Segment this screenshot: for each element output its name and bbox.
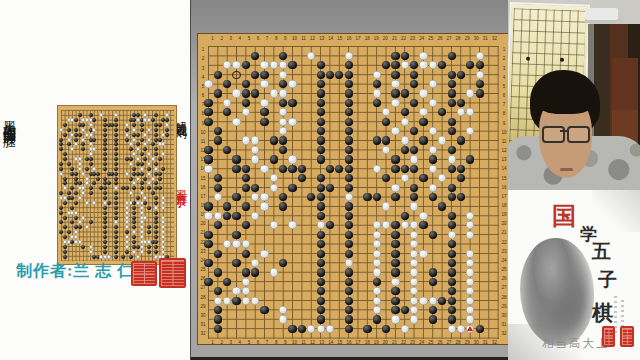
white-stone — [92, 167, 96, 171]
black-stone — [147, 230, 151, 234]
black-stone — [448, 306, 456, 314]
black-stone — [448, 212, 456, 220]
white-stone — [457, 325, 465, 333]
white-stone — [129, 162, 133, 166]
white-stone — [81, 172, 85, 176]
white-stone — [125, 206, 129, 210]
white-stone — [429, 297, 437, 305]
white-stone — [63, 186, 67, 190]
white-stone — [270, 89, 278, 97]
white-stone — [382, 221, 390, 229]
black-stone — [63, 152, 67, 156]
black-stone — [59, 230, 63, 234]
white-stone — [279, 306, 287, 314]
black-stone — [466, 61, 474, 69]
white-stone — [92, 128, 96, 132]
white-stone — [466, 127, 474, 135]
black-stone — [107, 201, 111, 205]
black-stone — [279, 165, 287, 173]
white-stone — [373, 231, 381, 239]
white-stone — [466, 268, 474, 276]
coordinate-label: 29 — [501, 302, 507, 311]
black-stone — [154, 240, 158, 244]
black-stone — [363, 325, 371, 333]
video-frame: 黑先如何连续冲四取胜 解题规则 黑方有禁手 制作者:兰 志 仁 12345678… — [0, 0, 640, 360]
coordinate-label: 25 — [200, 266, 206, 275]
white-stone — [260, 61, 268, 69]
white-stone — [125, 172, 129, 176]
white-stone — [466, 287, 474, 295]
white-stone — [136, 147, 140, 151]
black-stone — [429, 231, 437, 239]
black-stone — [317, 80, 325, 88]
white-stone — [161, 206, 165, 210]
black-stone — [373, 99, 381, 107]
white-stone — [85, 225, 89, 229]
black-stone — [317, 259, 325, 267]
black-stone — [288, 325, 296, 333]
white-stone — [401, 118, 409, 126]
black-stone — [59, 167, 63, 171]
white-stone — [161, 240, 165, 244]
white-stone — [223, 99, 231, 107]
black-stone — [92, 118, 96, 122]
black-stone — [391, 221, 399, 229]
circle-marker — [232, 71, 240, 79]
white-stone — [242, 287, 250, 295]
white-stone — [140, 230, 144, 234]
black-stone — [391, 193, 399, 201]
coordinate-label: 4 — [501, 73, 507, 82]
black-stone — [429, 268, 437, 276]
white-stone — [78, 240, 82, 244]
black-stone — [345, 108, 353, 116]
coordinate-label: 27 — [444, 37, 453, 43]
black-stone — [345, 202, 353, 210]
black-stone — [114, 167, 118, 171]
puzzle-card: 黑先如何连续冲四取胜 解题规则 黑方有禁手 制作者:兰 志 仁 — [0, 0, 190, 360]
coordinate-label: 16 — [200, 183, 206, 192]
black-stone — [345, 155, 353, 163]
white-stone — [307, 325, 315, 333]
black-stone — [59, 191, 63, 195]
black-stone — [448, 278, 456, 286]
black-stone — [78, 181, 82, 185]
black-stone — [125, 138, 129, 142]
coordinate-label: 2 — [200, 55, 206, 64]
white-stone — [136, 255, 140, 259]
white-stone — [476, 71, 484, 79]
black-stone — [448, 315, 456, 323]
white-stone — [85, 201, 89, 205]
black-stone — [448, 297, 456, 305]
black-stone — [143, 157, 147, 161]
white-stone — [401, 174, 409, 182]
black-stone — [242, 202, 250, 210]
black-stone — [448, 184, 456, 192]
white-stone — [251, 193, 259, 201]
black-stone — [214, 127, 222, 135]
white-stone — [204, 80, 212, 88]
white-stone — [204, 165, 212, 173]
black-stone — [154, 225, 158, 229]
black-stone — [114, 240, 118, 244]
black-stone — [103, 177, 107, 181]
black-stone — [59, 211, 63, 215]
white-stone — [125, 216, 129, 220]
black-stone — [204, 99, 212, 107]
white-stone — [410, 202, 418, 210]
black-stone — [204, 231, 212, 239]
black-stone — [448, 240, 456, 248]
black-stone — [74, 201, 78, 205]
red-seal-stamp — [620, 326, 634, 347]
coordinate-label: 2 — [501, 55, 507, 64]
black-stone — [132, 220, 136, 224]
coordinate-label: 32 — [490, 341, 499, 347]
black-stone — [242, 89, 250, 97]
white-stone — [391, 184, 399, 192]
black-stone — [326, 165, 334, 173]
white-stone — [143, 133, 147, 137]
black-stone — [391, 240, 399, 248]
black-stone — [270, 155, 278, 163]
black-stone — [103, 220, 107, 224]
calligraphy-char: 棋 — [592, 299, 613, 327]
black-stone — [114, 118, 118, 122]
black-stone — [214, 287, 222, 295]
white-stone — [132, 181, 136, 185]
black-stone — [317, 136, 325, 144]
black-stone — [96, 172, 100, 176]
black-stone — [158, 177, 162, 181]
black-stone — [363, 193, 371, 201]
black-stone — [143, 147, 147, 151]
coordinate-label: 31 — [481, 37, 490, 43]
white-stone — [410, 306, 418, 314]
white-stone — [242, 297, 250, 305]
black-stone — [136, 133, 140, 137]
white-stone — [242, 278, 250, 286]
black-stone — [317, 287, 325, 295]
black-stone — [129, 147, 133, 151]
ink-dragon-art — [520, 238, 594, 346]
white-stone — [279, 315, 287, 323]
white-stone — [161, 235, 165, 239]
white-stone — [161, 225, 165, 229]
white-stone — [147, 128, 151, 132]
black-stone — [114, 201, 118, 205]
black-stone — [204, 240, 212, 248]
white-stone — [288, 155, 296, 163]
white-stone — [373, 165, 381, 173]
black-stone — [279, 99, 287, 107]
black-stone — [448, 71, 456, 79]
coordinate-label: 21 — [390, 341, 399, 347]
black-stone — [279, 136, 287, 144]
black-stone — [223, 146, 231, 154]
black-stone — [140, 181, 144, 185]
white-stone — [279, 89, 287, 97]
black-stone — [154, 128, 158, 132]
black-stone — [410, 193, 418, 201]
black-stone — [154, 216, 158, 220]
black-stone — [89, 157, 93, 161]
black-stone — [391, 71, 399, 79]
black-stone — [317, 61, 325, 69]
coordinate-label: 1 — [208, 37, 217, 43]
white-stone — [232, 118, 240, 126]
black-stone — [317, 268, 325, 276]
black-stone — [114, 181, 118, 185]
coordinates-top: 1234567891011121314151617181920212223242… — [208, 37, 499, 43]
black-stone — [214, 221, 222, 229]
black-stone — [345, 118, 353, 126]
black-stone — [89, 186, 93, 190]
black-stone — [147, 225, 151, 229]
black-stone — [288, 61, 296, 69]
coordinate-label: 4 — [235, 37, 244, 43]
black-stone — [121, 255, 125, 259]
black-stone — [317, 174, 325, 182]
white-stone — [410, 278, 418, 286]
black-stone — [345, 212, 353, 220]
black-stone — [410, 127, 418, 135]
black-stone — [114, 225, 118, 229]
black-stone — [326, 71, 334, 79]
white-stone — [136, 177, 140, 181]
coordinate-label: 5 — [501, 83, 507, 92]
black-stone — [317, 89, 325, 97]
black-stone — [242, 99, 250, 107]
black-stone — [214, 89, 222, 97]
white-stone — [270, 174, 278, 182]
black-stone — [345, 325, 353, 333]
coordinate-label: 15 — [335, 341, 344, 347]
black-stone — [107, 181, 111, 185]
black-stone — [251, 89, 259, 97]
black-stone — [151, 118, 155, 122]
black-stone — [317, 212, 325, 220]
coordinate-label: 18 — [363, 341, 372, 347]
black-stone — [232, 193, 240, 201]
coordinate-label: 10 — [290, 37, 299, 43]
white-stone — [125, 220, 129, 224]
black-stone — [204, 118, 212, 126]
white-stone — [429, 127, 437, 135]
white-stone — [382, 108, 390, 116]
black-stone — [288, 165, 296, 173]
black-stone — [154, 230, 158, 234]
black-stone — [419, 221, 427, 229]
coordinate-label: 31 — [200, 321, 206, 330]
coordinate-label: 14 — [326, 37, 335, 43]
black-stone — [59, 142, 63, 146]
white-stone — [70, 147, 74, 151]
white-stone — [466, 259, 474, 267]
black-stone — [103, 250, 107, 254]
black-stone — [457, 99, 465, 107]
coordinate-label: 30 — [472, 341, 481, 347]
black-stone — [317, 108, 325, 116]
coordinate-label: 27 — [501, 284, 507, 293]
black-stone — [345, 297, 353, 305]
white-stone — [251, 212, 259, 220]
white-stone — [260, 250, 268, 258]
white-stone — [466, 315, 474, 323]
black-stone — [204, 108, 212, 116]
calligraphy-card: 国 学 五 子 棋 相当高大上 — [508, 190, 640, 360]
white-stone — [251, 146, 259, 154]
black-stone — [345, 278, 353, 286]
black-stone — [125, 250, 129, 254]
black-stone — [103, 152, 107, 156]
white-stone — [242, 136, 250, 144]
white-stone — [129, 191, 133, 195]
coordinate-label: 25 — [501, 266, 507, 275]
coordinate-label: 22 — [399, 37, 408, 43]
black-stone — [129, 157, 133, 161]
white-stone — [125, 235, 129, 239]
black-stone — [279, 80, 287, 88]
white-stone — [107, 255, 111, 259]
white-stone — [125, 245, 129, 249]
white-stone — [129, 142, 133, 146]
white-stone — [223, 297, 231, 305]
white-stone — [476, 52, 484, 60]
black-stone — [63, 245, 67, 249]
white-stone — [89, 250, 93, 254]
black-stone — [214, 306, 222, 314]
black-stone — [382, 136, 390, 144]
black-stone — [345, 146, 353, 154]
main-board-grid — [208, 46, 499, 339]
black-stone — [63, 216, 67, 220]
white-stone — [125, 225, 129, 229]
black-stone — [74, 128, 78, 132]
black-stone — [317, 184, 325, 192]
coordinate-label: 15 — [200, 174, 206, 183]
black-stone — [448, 287, 456, 295]
person-hair-fringe — [536, 88, 594, 114]
black-stone — [373, 315, 381, 323]
white-stone — [132, 128, 136, 132]
white-stone — [143, 196, 147, 200]
black-stone — [438, 297, 446, 305]
black-stone — [242, 61, 250, 69]
black-stone — [232, 259, 240, 267]
black-stone — [103, 133, 107, 137]
black-stone — [476, 325, 484, 333]
white-stone — [260, 202, 268, 210]
black-stone — [345, 221, 353, 229]
white-stone — [78, 167, 82, 171]
black-stone — [214, 174, 222, 182]
white-stone — [373, 259, 381, 267]
black-stone — [335, 165, 343, 173]
black-stone — [270, 136, 278, 144]
black-stone — [114, 235, 118, 239]
black-stone — [448, 221, 456, 229]
black-stone — [401, 52, 409, 60]
coordinate-label: 26 — [501, 275, 507, 284]
black-stone — [85, 167, 89, 171]
coordinate-label: 17 — [501, 193, 507, 202]
white-stone — [373, 71, 381, 79]
black-stone — [457, 174, 465, 182]
coordinate-label: 10 — [200, 128, 206, 137]
black-stone — [132, 167, 136, 171]
black-stone — [114, 162, 118, 166]
black-stone — [114, 206, 118, 210]
coordinate-label: 28 — [501, 293, 507, 302]
white-stone — [140, 245, 144, 249]
black-stone — [63, 133, 67, 137]
black-stone — [125, 128, 129, 132]
black-stone — [129, 255, 133, 259]
black-stone — [143, 201, 147, 205]
white-stone — [279, 127, 287, 135]
white-stone — [251, 136, 259, 144]
black-stone — [59, 147, 63, 151]
white-stone — [251, 297, 259, 305]
coordinate-label: 19 — [372, 37, 381, 43]
coordinate-label: 8 — [272, 341, 281, 347]
white-stone — [410, 268, 418, 276]
black-stone — [419, 174, 427, 182]
coordinate-label: 16 — [344, 37, 353, 43]
white-stone — [410, 297, 418, 305]
white-stone — [419, 89, 427, 97]
white-stone — [114, 186, 118, 190]
white-stone — [288, 118, 296, 126]
black-stone — [59, 206, 63, 210]
black-stone — [448, 250, 456, 258]
black-stone — [214, 315, 222, 323]
black-stone — [391, 61, 399, 69]
black-stone — [401, 89, 409, 97]
black-stone — [242, 268, 250, 276]
white-stone — [373, 297, 381, 305]
white-stone — [89, 142, 93, 146]
black-stone — [59, 162, 63, 166]
white-stone — [419, 61, 427, 69]
coordinate-label: 2 — [217, 37, 226, 43]
black-stone — [74, 172, 78, 176]
black-stone — [154, 245, 158, 249]
black-stone — [298, 325, 306, 333]
white-stone — [345, 259, 353, 267]
black-stone — [391, 231, 399, 239]
black-stone — [410, 184, 418, 192]
black-stone — [326, 184, 334, 192]
black-stone — [114, 138, 118, 142]
coordinate-label: 11 — [200, 138, 206, 147]
coordinate-label: 20 — [381, 341, 390, 347]
white-stone — [317, 221, 325, 229]
black-stone — [476, 61, 484, 69]
white-stone — [345, 193, 353, 201]
coordinate-label: 13 — [317, 37, 326, 43]
coordinate-label: 16 — [344, 341, 353, 347]
coordinate-label: 12 — [501, 147, 507, 156]
coordinate-label: 1 — [200, 46, 206, 55]
black-stone — [345, 80, 353, 88]
coordinate-label: 14 — [501, 165, 507, 174]
white-stone — [391, 80, 399, 88]
white-stone — [143, 142, 147, 146]
coordinate-label: 3 — [200, 64, 206, 73]
